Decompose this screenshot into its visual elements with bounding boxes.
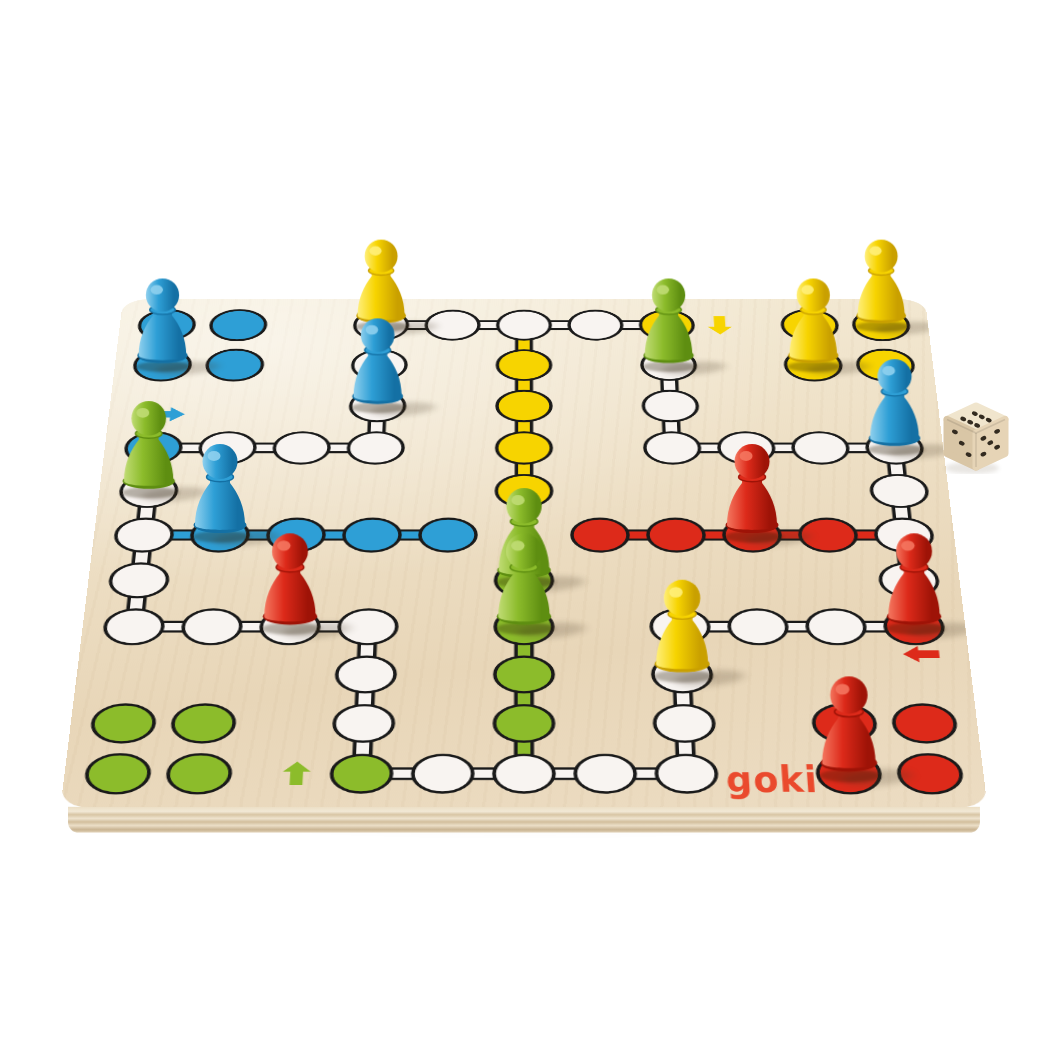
field-loop-29[interactable] <box>494 755 554 793</box>
field-loop-26[interactable] <box>654 705 715 742</box>
pawn-figure-blue <box>188 443 252 535</box>
pawn-figure-green <box>491 532 557 626</box>
pawn-figure-yellow <box>851 239 911 325</box>
ludo-board: goki <box>60 299 987 807</box>
pawn-figure-yellow <box>649 579 716 675</box>
scene: goki <box>94 105 954 965</box>
pawn-figure-green <box>638 277 699 365</box>
field-loop-38[interactable] <box>109 563 169 597</box>
start-arrow-red <box>902 646 940 662</box>
field-yard-green-1[interactable] <box>91 704 156 742</box>
goki-logo: goki <box>725 759 820 800</box>
field-loop-18[interactable] <box>870 475 929 507</box>
board-front-edge <box>68 807 980 833</box>
field-yard-red-2[interactable] <box>892 704 957 742</box>
field-loop-37[interactable] <box>103 609 164 644</box>
field-loop-31-start-green[interactable] <box>331 755 392 793</box>
pawn-figure-yellow <box>783 277 844 365</box>
field-home-yellow-3[interactable] <box>497 432 552 463</box>
field-loop-27[interactable] <box>656 755 717 793</box>
field-loop-33[interactable] <box>336 657 396 693</box>
field-loop-3[interactable] <box>273 432 330 463</box>
start-arrow-green <box>282 762 311 785</box>
wooden-die[interactable] <box>941 402 1011 474</box>
field-yard-green-3[interactable] <box>85 754 151 793</box>
pawn-figure-blue <box>863 358 925 448</box>
die-faces <box>941 402 1011 474</box>
field-loop-13[interactable] <box>643 391 698 422</box>
pawn-figure-red <box>720 443 784 535</box>
field-loop-10[interactable] <box>569 311 622 340</box>
product-photo-background: goki <box>0 0 1060 1060</box>
field-home-blue-4[interactable] <box>420 519 477 552</box>
field-home-green-1[interactable] <box>494 705 553 742</box>
field-loop-14[interactable] <box>644 432 700 463</box>
pawn-figure-red <box>257 532 323 626</box>
pawn-figure-yellow <box>351 239 411 325</box>
field-yard-blue-2[interactable] <box>210 310 267 340</box>
field-loop-16[interactable] <box>792 432 849 463</box>
field-home-red-3[interactable] <box>647 519 704 552</box>
pawn-figure-green <box>117 400 180 491</box>
pawn-figure-blue <box>132 277 193 365</box>
field-loop-32[interactable] <box>333 705 394 742</box>
pawn-figure-red <box>815 675 883 773</box>
field-loop-23[interactable] <box>728 609 788 644</box>
field-home-red-4[interactable] <box>572 519 629 552</box>
field-home-yellow-1[interactable] <box>497 350 551 380</box>
field-home-yellow-2[interactable] <box>497 391 551 422</box>
pawn-figure-red <box>881 532 947 626</box>
field-loop-39[interactable] <box>114 519 174 552</box>
field-home-green-2[interactable] <box>495 657 554 693</box>
field-loop-36[interactable] <box>182 609 242 644</box>
field-loop-28[interactable] <box>575 755 636 793</box>
field-loop-9[interactable] <box>498 311 551 340</box>
field-loop-30[interactable] <box>412 755 473 793</box>
field-yard-green-4[interactable] <box>166 754 231 793</box>
field-yard-green-2[interactable] <box>171 704 235 742</box>
field-home-blue-3[interactable] <box>343 519 400 552</box>
start-arrow-yellow <box>707 316 733 334</box>
pawn-figure-blue <box>347 317 409 406</box>
field-loop-4[interactable] <box>348 432 404 463</box>
field-loop-22[interactable] <box>806 609 866 644</box>
